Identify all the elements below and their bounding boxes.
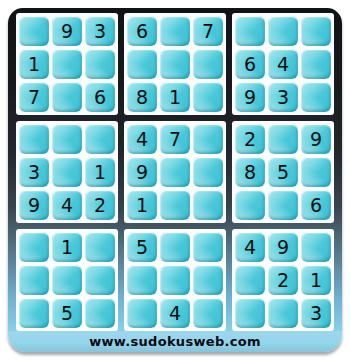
- sudoku-cell-r3c8[interactable]: 3: [268, 82, 298, 112]
- sudoku-cell-r2c5[interactable]: [160, 49, 190, 79]
- sudoku-cell-r5c6[interactable]: [193, 157, 223, 187]
- sudoku-cell-r5c3[interactable]: 1: [85, 157, 115, 187]
- sudoku-cell-r8c2[interactable]: [52, 265, 82, 295]
- sudoku-cell-r7c2[interactable]: 1: [52, 232, 82, 262]
- sudoku-cell-r8c8[interactable]: 2: [268, 265, 298, 295]
- sudoku-cell-r2c9[interactable]: [301, 49, 331, 79]
- sudoku-cell-r9c7[interactable]: [235, 298, 265, 328]
- sudoku-cell-r4c6[interactable]: [193, 124, 223, 154]
- sudoku-cell-r3c6[interactable]: [193, 82, 223, 112]
- sudoku-board: 931766781649331942479129856155449213: [8, 8, 342, 331]
- sudoku-cell-r2c4[interactable]: [127, 49, 157, 79]
- sudoku-cell-r6c6[interactable]: [193, 190, 223, 220]
- sudoku-cell-r3c1[interactable]: 7: [19, 82, 49, 112]
- sudoku-cell-r6c3[interactable]: 2: [85, 190, 115, 220]
- sudoku-box-1: 93176: [16, 13, 118, 115]
- sudoku-box-6: 29856: [232, 121, 334, 223]
- sudoku-cell-r3c4[interactable]: 8: [127, 82, 157, 112]
- sudoku-cell-r4c4[interactable]: 4: [127, 124, 157, 154]
- sudoku-cell-r6c8[interactable]: [268, 190, 298, 220]
- sudoku-box-5: 4791: [124, 121, 226, 223]
- sudoku-cell-r1c5[interactable]: [160, 16, 190, 46]
- sudoku-cell-r1c8[interactable]: [268, 16, 298, 46]
- sudoku-cell-r7c6[interactable]: [193, 232, 223, 262]
- sudoku-cell-r9c3[interactable]: [85, 298, 115, 328]
- sudoku-cell-r4c1[interactable]: [19, 124, 49, 154]
- sudoku-cell-r8c4[interactable]: [127, 265, 157, 295]
- sudoku-cell-r9c8[interactable]: [268, 298, 298, 328]
- sudoku-cell-r8c9[interactable]: 1: [301, 265, 331, 295]
- sudoku-cell-r3c9[interactable]: [301, 82, 331, 112]
- sudoku-cell-r1c2[interactable]: 9: [52, 16, 82, 46]
- sudoku-box-4: 31942: [16, 121, 118, 223]
- sudoku-cell-r3c3[interactable]: 6: [85, 82, 115, 112]
- sudoku-cell-r5c2[interactable]: [52, 157, 82, 187]
- sudoku-cell-r1c6[interactable]: 7: [193, 16, 223, 46]
- sudoku-cell-r7c1[interactable]: [19, 232, 49, 262]
- sudoku-cell-r3c7[interactable]: 9: [235, 82, 265, 112]
- sudoku-cell-r1c4[interactable]: 6: [127, 16, 157, 46]
- sudoku-cell-r2c3[interactable]: [85, 49, 115, 79]
- sudoku-box-8: 54: [124, 229, 226, 331]
- sudoku-cell-r9c2[interactable]: 5: [52, 298, 82, 328]
- sudoku-cell-r5c7[interactable]: 8: [235, 157, 265, 187]
- sudoku-cell-r2c6[interactable]: [193, 49, 223, 79]
- sudoku-cell-r2c1[interactable]: 1: [19, 49, 49, 79]
- sudoku-cell-r9c9[interactable]: 3: [301, 298, 331, 328]
- sudoku-cell-r3c5[interactable]: 1: [160, 82, 190, 112]
- sudoku-panel: 931766781649331942479129856155449213 www…: [8, 8, 342, 352]
- page-root: { "game": "sudoku", "position": "0936070…: [0, 0, 350, 360]
- sudoku-cell-r8c6[interactable]: [193, 265, 223, 295]
- sudoku-cell-r8c1[interactable]: [19, 265, 49, 295]
- sudoku-box-3: 6493: [232, 13, 334, 115]
- site-footer: www.sudokusweb.com: [8, 331, 342, 352]
- sudoku-box-7: 15: [16, 229, 118, 331]
- sudoku-cell-r1c7[interactable]: [235, 16, 265, 46]
- sudoku-cell-r7c3[interactable]: [85, 232, 115, 262]
- sudoku-cell-r6c5[interactable]: [160, 190, 190, 220]
- sudoku-cell-r9c4[interactable]: [127, 298, 157, 328]
- sudoku-cell-r9c5[interactable]: 4: [160, 298, 190, 328]
- sudoku-cell-r1c3[interactable]: 3: [85, 16, 115, 46]
- sudoku-cell-r4c8[interactable]: [268, 124, 298, 154]
- sudoku-cell-r6c9[interactable]: 6: [301, 190, 331, 220]
- sudoku-cell-r2c2[interactable]: [52, 49, 82, 79]
- sudoku-cell-r5c5[interactable]: [160, 157, 190, 187]
- sudoku-cell-r8c5[interactable]: [160, 265, 190, 295]
- sudoku-cell-r2c7[interactable]: 6: [235, 49, 265, 79]
- sudoku-box-2: 6781: [124, 13, 226, 115]
- sudoku-cell-r1c9[interactable]: [301, 16, 331, 46]
- sudoku-cell-r6c1[interactable]: 9: [19, 190, 49, 220]
- sudoku-cell-r6c2[interactable]: 4: [52, 190, 82, 220]
- sudoku-cell-r5c9[interactable]: [301, 157, 331, 187]
- sudoku-cell-r6c7[interactable]: [235, 190, 265, 220]
- sudoku-box-9: 49213: [232, 229, 334, 331]
- sudoku-cell-r5c8[interactable]: 5: [268, 157, 298, 187]
- sudoku-cell-r4c2[interactable]: [52, 124, 82, 154]
- sudoku-cell-r3c2[interactable]: [52, 82, 82, 112]
- sudoku-cell-r1c1[interactable]: [19, 16, 49, 46]
- sudoku-cell-r7c5[interactable]: [160, 232, 190, 262]
- sudoku-cell-r9c6[interactable]: [193, 298, 223, 328]
- sudoku-cell-r7c4[interactable]: 5: [127, 232, 157, 262]
- sudoku-cell-r8c7[interactable]: [235, 265, 265, 295]
- sudoku-cell-r7c8[interactable]: 9: [268, 232, 298, 262]
- sudoku-cell-r5c4[interactable]: 9: [127, 157, 157, 187]
- sudoku-cell-r7c7[interactable]: 4: [235, 232, 265, 262]
- sudoku-cell-r5c1[interactable]: 3: [19, 157, 49, 187]
- sudoku-cell-r4c9[interactable]: 9: [301, 124, 331, 154]
- sudoku-cell-r6c4[interactable]: 1: [127, 190, 157, 220]
- sudoku-cell-r9c1[interactable]: [19, 298, 49, 328]
- sudoku-cell-r4c3[interactable]: [85, 124, 115, 154]
- sudoku-cell-r7c9[interactable]: [301, 232, 331, 262]
- sudoku-cell-r4c5[interactable]: 7: [160, 124, 190, 154]
- sudoku-cell-r4c7[interactable]: 2: [235, 124, 265, 154]
- sudoku-cell-r8c3[interactable]: [85, 265, 115, 295]
- sudoku-cell-r2c8[interactable]: 4: [268, 49, 298, 79]
- site-url: www.sudokusweb.com: [89, 334, 261, 349]
